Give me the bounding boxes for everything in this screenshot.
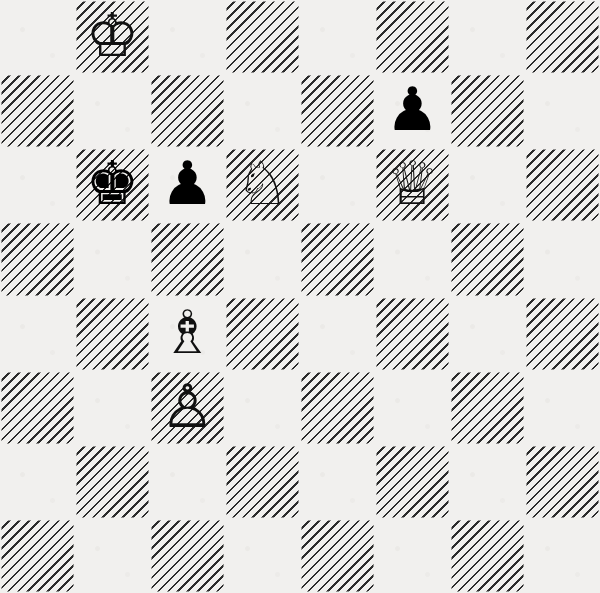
square-a2[interactable] xyxy=(0,445,75,519)
black-king-piece: ♚ xyxy=(86,153,140,213)
square-a6[interactable] xyxy=(0,148,75,222)
square-f3[interactable] xyxy=(375,371,450,445)
square-e6[interactable] xyxy=(300,148,375,222)
square-g2[interactable] xyxy=(450,445,525,519)
square-h1[interactable] xyxy=(525,519,600,593)
white-bishop-piece: ♗ xyxy=(161,302,215,362)
black-pawn-piece: ♟ xyxy=(161,153,215,213)
square-h8[interactable] xyxy=(525,0,600,74)
square-d6[interactable]: ♘ xyxy=(225,148,300,222)
square-b3[interactable] xyxy=(75,371,150,445)
square-d1[interactable] xyxy=(225,519,300,593)
square-f6[interactable]: ♕ xyxy=(375,148,450,222)
square-c4[interactable]: ♗ xyxy=(150,297,225,371)
square-c2[interactable] xyxy=(150,445,225,519)
square-g4[interactable] xyxy=(450,297,525,371)
square-b6[interactable]: ♚ xyxy=(75,148,150,222)
square-c7[interactable] xyxy=(150,74,225,148)
square-f8[interactable] xyxy=(375,0,450,74)
white-queen-piece: ♕ xyxy=(386,153,440,213)
square-c6[interactable]: ♟ xyxy=(150,148,225,222)
square-g7[interactable] xyxy=(450,74,525,148)
square-e8[interactable] xyxy=(300,0,375,74)
white-king-piece: ♔ xyxy=(86,5,140,65)
square-f2[interactable] xyxy=(375,445,450,519)
square-c3[interactable]: ♙ xyxy=(150,371,225,445)
square-b1[interactable] xyxy=(75,519,150,593)
square-g8[interactable] xyxy=(450,0,525,74)
white-pawn-piece: ♙ xyxy=(161,376,215,436)
square-e3[interactable] xyxy=(300,371,375,445)
square-f5[interactable] xyxy=(375,222,450,296)
square-a3[interactable] xyxy=(0,371,75,445)
square-d2[interactable] xyxy=(225,445,300,519)
square-a5[interactable] xyxy=(0,222,75,296)
black-pawn-piece: ♟ xyxy=(386,79,440,139)
square-g1[interactable] xyxy=(450,519,525,593)
square-a8[interactable] xyxy=(0,0,75,74)
square-e4[interactable] xyxy=(300,297,375,371)
square-d7[interactable] xyxy=(225,74,300,148)
square-d3[interactable] xyxy=(225,371,300,445)
square-h3[interactable] xyxy=(525,371,600,445)
square-h7[interactable] xyxy=(525,74,600,148)
square-g3[interactable] xyxy=(450,371,525,445)
square-d5[interactable] xyxy=(225,222,300,296)
square-a4[interactable] xyxy=(0,297,75,371)
square-d4[interactable] xyxy=(225,297,300,371)
square-b5[interactable] xyxy=(75,222,150,296)
square-c8[interactable] xyxy=(150,0,225,74)
square-a1[interactable] xyxy=(0,519,75,593)
square-f7[interactable]: ♟ xyxy=(375,74,450,148)
square-c1[interactable] xyxy=(150,519,225,593)
square-h4[interactable] xyxy=(525,297,600,371)
square-e1[interactable] xyxy=(300,519,375,593)
square-a7[interactable] xyxy=(0,74,75,148)
chess-diagram: ♔♟♚♟♘♕♗♙ xyxy=(0,0,600,593)
square-g6[interactable] xyxy=(450,148,525,222)
square-h5[interactable] xyxy=(525,222,600,296)
square-e2[interactable] xyxy=(300,445,375,519)
square-b8[interactable]: ♔ xyxy=(75,0,150,74)
chess-board: ♔♟♚♟♘♕♗♙ xyxy=(0,0,600,593)
square-f4[interactable] xyxy=(375,297,450,371)
square-f1[interactable] xyxy=(375,519,450,593)
square-e5[interactable] xyxy=(300,222,375,296)
square-h2[interactable] xyxy=(525,445,600,519)
white-knight-piece: ♘ xyxy=(236,153,290,213)
square-b7[interactable] xyxy=(75,74,150,148)
square-h6[interactable] xyxy=(525,148,600,222)
square-b4[interactable] xyxy=(75,297,150,371)
square-d8[interactable] xyxy=(225,0,300,74)
square-b2[interactable] xyxy=(75,445,150,519)
square-e7[interactable] xyxy=(300,74,375,148)
square-c5[interactable] xyxy=(150,222,225,296)
square-g5[interactable] xyxy=(450,222,525,296)
